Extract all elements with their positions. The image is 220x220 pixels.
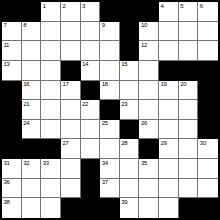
clue-number: 7 [4, 22, 7, 28]
clue-number: 8 [23, 22, 26, 28]
white-cell[interactable] [159, 179, 179, 199]
white-cell[interactable] [179, 179, 199, 199]
black-cell [41, 139, 61, 159]
clue-number: 39 [121, 199, 127, 205]
clue-number: 35 [141, 160, 147, 166]
clue-number: 6 [200, 3, 203, 9]
clue-number: 38 [4, 199, 10, 205]
white-cell[interactable]: 30 [198, 139, 218, 159]
white-cell[interactable]: 32 [22, 159, 42, 179]
white-cell[interactable] [41, 120, 61, 140]
black-cell [22, 2, 42, 22]
white-cell[interactable] [41, 41, 61, 61]
clue-number: 37 [102, 179, 108, 185]
white-cell[interactable] [159, 198, 179, 218]
black-cell [81, 198, 101, 218]
white-cell[interactable]: 27 [61, 139, 81, 159]
clue-number: 13 [4, 61, 10, 67]
white-cell[interactable] [159, 159, 179, 179]
white-cell[interactable]: 16 [22, 81, 42, 101]
clue-number: 32 [23, 160, 29, 166]
white-cell[interactable]: 4 [159, 2, 179, 22]
clue-number: 3 [82, 3, 85, 9]
black-cell [120, 2, 140, 22]
clue-number: 34 [102, 160, 108, 166]
white-cell[interactable] [139, 81, 159, 101]
white-cell[interactable] [179, 159, 199, 179]
black-cell [120, 22, 140, 42]
black-cell [120, 120, 140, 140]
white-cell[interactable] [120, 81, 140, 101]
white-cell[interactable]: 38 [2, 198, 22, 218]
white-cell[interactable] [198, 22, 218, 42]
white-cell[interactable]: 23 [120, 100, 140, 120]
white-cell[interactable] [41, 22, 61, 42]
black-cell [159, 61, 179, 81]
black-cell [100, 198, 120, 218]
white-cell[interactable] [198, 159, 218, 179]
white-cell[interactable]: 26 [139, 120, 159, 140]
white-cell[interactable]: 8 [22, 22, 42, 42]
white-cell[interactable] [81, 41, 101, 61]
clue-number: 30 [200, 140, 206, 146]
white-cell[interactable] [179, 41, 199, 61]
black-cell [81, 179, 101, 199]
white-cell[interactable]: 34 [100, 159, 120, 179]
white-cell[interactable] [159, 120, 179, 140]
white-cell[interactable] [61, 100, 81, 120]
white-cell[interactable] [81, 139, 101, 159]
clue-number: 21 [23, 101, 29, 107]
black-cell [179, 198, 199, 218]
white-cell[interactable] [139, 179, 159, 199]
black-cell [22, 139, 42, 159]
clue-number: 2 [62, 3, 65, 9]
clue-number: 22 [82, 101, 88, 107]
black-cell [100, 100, 120, 120]
clue-number: 12 [141, 42, 147, 48]
white-cell[interactable]: 31 [2, 159, 22, 179]
white-cell[interactable]: 2 [61, 2, 81, 22]
clue-number: 29 [161, 140, 167, 146]
clue-number: 17 [62, 81, 68, 87]
white-cell[interactable]: 37 [100, 179, 120, 199]
white-cell[interactable]: 10 [139, 22, 159, 42]
white-cell[interactable]: 28 [120, 139, 140, 159]
clue-number: 23 [121, 101, 127, 107]
white-cell[interactable]: 1 [41, 2, 61, 22]
clue-number: 1 [43, 3, 46, 9]
white-cell[interactable]: 9 [100, 22, 120, 42]
clue-number: 31 [4, 160, 10, 166]
white-cell[interactable] [81, 120, 101, 140]
black-cell [139, 2, 159, 22]
white-cell[interactable]: 15 [120, 61, 140, 81]
clue-number: 24 [23, 120, 29, 126]
white-cell[interactable]: 13 [2, 61, 22, 81]
black-cell [2, 139, 22, 159]
white-cell[interactable] [139, 61, 159, 81]
white-cell[interactable] [179, 120, 199, 140]
white-cell[interactable]: 14 [81, 61, 101, 81]
clue-number: 14 [82, 61, 88, 67]
white-cell[interactable]: 36 [2, 179, 22, 199]
black-cell [2, 120, 22, 140]
white-cell[interactable] [139, 100, 159, 120]
clue-number: 4 [161, 3, 164, 9]
white-cell[interactable] [139, 198, 159, 218]
white-cell[interactable]: 6 [198, 2, 218, 22]
black-cell [61, 61, 81, 81]
clue-number: 27 [62, 140, 68, 146]
black-cell [198, 61, 218, 81]
white-cell[interactable]: 3 [81, 2, 101, 22]
black-cell [198, 81, 218, 101]
white-cell[interactable] [179, 22, 199, 42]
white-cell[interactable] [61, 120, 81, 140]
white-cell[interactable] [61, 41, 81, 61]
white-cell[interactable]: 39 [120, 198, 140, 218]
white-cell[interactable] [159, 22, 179, 42]
white-cell[interactable] [41, 100, 61, 120]
white-cell[interactable]: 21 [22, 100, 42, 120]
white-cell[interactable]: 33 [41, 159, 61, 179]
white-cell[interactable] [22, 61, 42, 81]
white-cell[interactable] [61, 179, 81, 199]
white-cell[interactable]: 22 [81, 100, 101, 120]
clue-number: 15 [121, 61, 127, 67]
black-cell [100, 2, 120, 22]
white-cell[interactable]: 25 [100, 120, 120, 140]
white-cell[interactable] [120, 179, 140, 199]
clue-number: 16 [23, 81, 29, 87]
white-cell[interactable]: 17 [61, 81, 81, 101]
clue-number: 9 [102, 22, 105, 28]
white-cell[interactable] [198, 41, 218, 61]
black-cell [81, 159, 101, 179]
clue-number: 10 [141, 22, 147, 28]
clue-number: 18 [102, 81, 108, 87]
white-cell[interactable] [179, 139, 199, 159]
white-cell[interactable] [22, 198, 42, 218]
black-cell [139, 139, 159, 159]
white-cell[interactable] [159, 41, 179, 61]
white-cell[interactable]: 5 [179, 2, 199, 22]
clue-number: 36 [4, 179, 10, 185]
white-cell[interactable]: 12 [139, 41, 159, 61]
white-cell[interactable] [61, 159, 81, 179]
white-cell[interactable]: 18 [100, 81, 120, 101]
black-cell [198, 100, 218, 120]
black-cell [179, 61, 199, 81]
clue-number: 20 [180, 81, 186, 87]
white-cell[interactable] [120, 159, 140, 179]
white-cell[interactable]: 7 [2, 22, 22, 42]
clue-number: 19 [161, 81, 167, 87]
white-cell[interactable] [41, 179, 61, 199]
white-cell[interactable]: 29 [159, 139, 179, 159]
white-cell[interactable] [61, 22, 81, 42]
white-cell[interactable] [81, 22, 101, 42]
black-cell [81, 81, 101, 101]
white-cell[interactable]: 19 [159, 81, 179, 101]
clue-number: 33 [43, 160, 49, 166]
clue-number: 26 [141, 120, 147, 126]
white-cell[interactable] [41, 61, 61, 81]
white-cell[interactable] [100, 139, 120, 159]
white-cell[interactable] [100, 41, 120, 61]
black-cell [120, 41, 140, 61]
white-cell[interactable] [179, 100, 199, 120]
clue-number: 25 [102, 120, 108, 126]
black-cell [2, 2, 22, 22]
black-cell [2, 100, 22, 120]
white-cell[interactable] [100, 61, 120, 81]
black-cell [198, 198, 218, 218]
white-cell[interactable]: 24 [22, 120, 42, 140]
clue-number: 11 [4, 42, 10, 48]
clue-number: 28 [121, 140, 127, 146]
crossword-board: 1234567891011121314151617181920212223242… [0, 0, 220, 220]
white-cell[interactable]: 35 [139, 159, 159, 179]
white-cell[interactable] [41, 81, 61, 101]
black-cell [61, 198, 81, 218]
white-cell[interactable] [22, 179, 42, 199]
black-cell [2, 81, 22, 101]
white-cell[interactable]: 20 [179, 81, 199, 101]
black-cell [198, 120, 218, 140]
clue-number: 5 [180, 3, 183, 9]
white-cell[interactable]: 11 [2, 41, 22, 61]
white-cell[interactable] [22, 41, 42, 61]
white-cell[interactable] [41, 198, 61, 218]
white-cell[interactable] [159, 100, 179, 120]
white-cell[interactable] [198, 179, 218, 199]
